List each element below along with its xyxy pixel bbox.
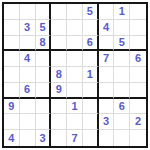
- cell-r9c5[interactable]: 7: [67, 130, 83, 146]
- cell-r2c1[interactable]: [4, 20, 20, 36]
- cell-r7c1[interactable]: 9: [4, 99, 20, 115]
- cell-r4c4[interactable]: [51, 51, 67, 67]
- cell-r5c2[interactable]: [20, 67, 36, 83]
- cell-r3c2[interactable]: [20, 36, 36, 52]
- cell-r9c4[interactable]: [51, 130, 67, 146]
- cell-r5c9[interactable]: [130, 67, 146, 83]
- cell-r4c1[interactable]: [4, 51, 20, 67]
- cell-r2c4[interactable]: [51, 20, 67, 36]
- cell-r7c8[interactable]: 6: [114, 99, 130, 115]
- cell-r5c4[interactable]: 8: [51, 67, 67, 83]
- cell-r8c3[interactable]: [36, 114, 52, 130]
- cell-r9c6[interactable]: [83, 130, 99, 146]
- cell-r1c2[interactable]: [20, 4, 36, 20]
- cell-r9c7[interactable]: [99, 130, 115, 146]
- cell-r8c7[interactable]: 3: [99, 114, 115, 130]
- cell-r2c9[interactable]: [130, 20, 146, 36]
- cell-r6c1[interactable]: [4, 83, 20, 99]
- cell-r8c1[interactable]: [4, 114, 20, 130]
- cell-r3c8[interactable]: 5: [114, 36, 130, 52]
- cell-r7c2[interactable]: [20, 99, 36, 115]
- cell-r2c3[interactable]: 5: [36, 20, 52, 36]
- cell-r6c8[interactable]: [114, 83, 130, 99]
- cell-r1c5[interactable]: [67, 4, 83, 20]
- cell-r1c6[interactable]: 5: [83, 4, 99, 20]
- cell-r8c4[interactable]: [51, 114, 67, 130]
- cell-r3c5[interactable]: [67, 36, 83, 52]
- cell-r6c2[interactable]: 6: [20, 83, 36, 99]
- cell-r3c3[interactable]: 8: [36, 36, 52, 52]
- cell-r5c1[interactable]: [4, 67, 20, 83]
- cell-r6c7[interactable]: [99, 83, 115, 99]
- cell-r7c4[interactable]: [51, 99, 67, 115]
- cell-r4c5[interactable]: [67, 51, 83, 67]
- cell-r6c5[interactable]: [67, 83, 83, 99]
- cell-r3c1[interactable]: [4, 36, 20, 52]
- cell-r3c9[interactable]: [130, 36, 146, 52]
- cell-r7c6[interactable]: [83, 99, 99, 115]
- cell-r7c9[interactable]: [130, 99, 146, 115]
- cell-r2c2[interactable]: 3: [20, 20, 36, 36]
- cell-r5c3[interactable]: [36, 67, 52, 83]
- cell-r4c3[interactable]: [36, 51, 52, 67]
- cell-r8c2[interactable]: [20, 114, 36, 130]
- cell-r8c5[interactable]: [67, 114, 83, 130]
- cell-r3c7[interactable]: [99, 36, 115, 52]
- cell-r6c6[interactable]: [83, 83, 99, 99]
- cell-r2c8[interactable]: [114, 20, 130, 36]
- sudoku-board: 51354865476816991632437: [2, 2, 148, 148]
- cell-r5c8[interactable]: [114, 67, 130, 83]
- cell-r7c3[interactable]: [36, 99, 52, 115]
- cell-r1c4[interactable]: [51, 4, 67, 20]
- cell-r2c6[interactable]: [83, 20, 99, 36]
- cell-r5c5[interactable]: [67, 67, 83, 83]
- cell-r5c7[interactable]: [99, 67, 115, 83]
- cell-r4c2[interactable]: 4: [20, 51, 36, 67]
- cell-r4c7[interactable]: 7: [99, 51, 115, 67]
- cell-r6c4[interactable]: 9: [51, 83, 67, 99]
- cell-r4c8[interactable]: [114, 51, 130, 67]
- cell-r8c9[interactable]: 2: [130, 114, 146, 130]
- cell-r9c2[interactable]: [20, 130, 36, 146]
- cell-r7c7[interactable]: [99, 99, 115, 115]
- cell-r1c8[interactable]: 1: [114, 4, 130, 20]
- cell-r1c1[interactable]: [4, 4, 20, 20]
- cell-r4c6[interactable]: [83, 51, 99, 67]
- cell-r5c6[interactable]: 1: [83, 67, 99, 83]
- cell-r1c7[interactable]: [99, 4, 115, 20]
- cell-r2c7[interactable]: 4: [99, 20, 115, 36]
- cell-r1c3[interactable]: [36, 4, 52, 20]
- cell-r7c5[interactable]: 1: [67, 99, 83, 115]
- cell-r3c6[interactable]: 6: [83, 36, 99, 52]
- cell-r6c3[interactable]: [36, 83, 52, 99]
- cell-r8c6[interactable]: [83, 114, 99, 130]
- cell-r9c1[interactable]: 4: [4, 130, 20, 146]
- cell-r8c8[interactable]: [114, 114, 130, 130]
- cell-r2c5[interactable]: [67, 20, 83, 36]
- cell-r9c3[interactable]: 3: [36, 130, 52, 146]
- cell-r3c4[interactable]: [51, 36, 67, 52]
- cell-r6c9[interactable]: [130, 83, 146, 99]
- cell-r9c8[interactable]: [114, 130, 130, 146]
- sudoku-page: 51354865476816991632437: [0, 0, 150, 150]
- cell-r4c9[interactable]: 6: [130, 51, 146, 67]
- cell-r1c9[interactable]: [130, 4, 146, 20]
- cell-r9c9[interactable]: [130, 130, 146, 146]
